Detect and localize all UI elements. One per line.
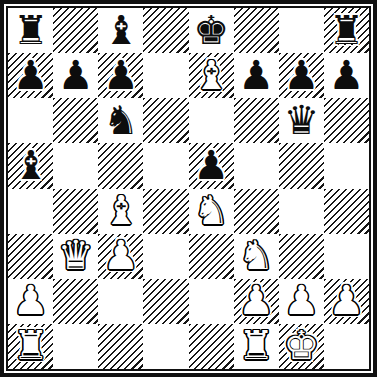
square-a3	[8, 234, 53, 279]
square-a8: ♜	[8, 8, 53, 53]
black-pawn-h7: ♟	[329, 55, 365, 95]
chess-board: ♜♝♚♜♟♟♟♝♟♟♟♞♛♝♟♝♞♛♟♞♟♟♟♟♜♜♚	[6, 6, 371, 371]
square-e4: ♞	[189, 189, 234, 234]
square-c1	[98, 324, 143, 369]
square-f4	[234, 189, 279, 234]
black-pawn-b7: ♟	[58, 55, 94, 95]
square-a2: ♟	[8, 279, 53, 324]
white-pawn-g2: ♟	[283, 280, 319, 320]
white-pawn-a2: ♟	[13, 280, 49, 320]
black-rook-a8: ♜	[13, 10, 49, 50]
square-f6	[234, 98, 279, 143]
square-g3	[279, 234, 324, 279]
square-d1	[143, 324, 188, 369]
black-rook-h8: ♜	[329, 10, 365, 50]
square-e6	[189, 98, 234, 143]
square-h1	[324, 324, 369, 369]
square-e3	[189, 234, 234, 279]
square-a4	[8, 189, 53, 234]
square-h8: ♜	[324, 8, 369, 53]
black-knight-c6: ♞	[103, 100, 139, 140]
chess-diagram-frame: ♜♝♚♜♟♟♟♝♟♟♟♞♛♝♟♝♞♛♟♞♟♟♟♟♜♜♚	[0, 0, 377, 377]
square-c2	[98, 279, 143, 324]
square-d5	[143, 143, 188, 188]
square-a7: ♟	[8, 53, 53, 98]
white-knight-e4: ♞	[193, 190, 229, 230]
square-g2: ♟	[279, 279, 324, 324]
black-king-e8: ♚	[193, 10, 229, 50]
square-f3: ♞	[234, 234, 279, 279]
black-queen-g6: ♛	[283, 100, 319, 140]
square-b7: ♟	[53, 53, 98, 98]
white-pawn-h2: ♟	[329, 280, 365, 320]
square-g1: ♚	[279, 324, 324, 369]
square-e2	[189, 279, 234, 324]
black-pawn-g7: ♟	[283, 55, 319, 95]
white-pawn-f2: ♟	[238, 280, 274, 320]
square-b6	[53, 98, 98, 143]
square-b4	[53, 189, 98, 234]
square-b8	[53, 8, 98, 53]
square-h5	[324, 143, 369, 188]
square-b3: ♛	[53, 234, 98, 279]
square-e5: ♟	[189, 143, 234, 188]
square-a1: ♜	[8, 324, 53, 369]
square-b1	[53, 324, 98, 369]
white-queen-b3: ♛	[58, 235, 94, 275]
square-c3: ♟	[98, 234, 143, 279]
square-c4: ♝	[98, 189, 143, 234]
square-f2: ♟	[234, 279, 279, 324]
square-a6	[8, 98, 53, 143]
square-d4	[143, 189, 188, 234]
square-e1	[189, 324, 234, 369]
square-g6: ♛	[279, 98, 324, 143]
square-h3	[324, 234, 369, 279]
white-pawn-c3: ♟	[103, 235, 139, 275]
square-e8: ♚	[189, 8, 234, 53]
square-f7: ♟	[234, 53, 279, 98]
white-rook-f1: ♜	[238, 325, 274, 365]
square-h2: ♟	[324, 279, 369, 324]
square-c7: ♟	[98, 53, 143, 98]
square-c8: ♝	[98, 8, 143, 53]
square-d2	[143, 279, 188, 324]
square-h4	[324, 189, 369, 234]
square-b2	[53, 279, 98, 324]
square-g5	[279, 143, 324, 188]
square-g4	[279, 189, 324, 234]
white-bishop-c4: ♝	[103, 190, 139, 230]
square-f8	[234, 8, 279, 53]
black-pawn-a7: ♟	[13, 55, 49, 95]
square-d7	[143, 53, 188, 98]
square-c5	[98, 143, 143, 188]
square-f1: ♜	[234, 324, 279, 369]
white-rook-a1: ♜	[13, 325, 49, 365]
square-g8	[279, 8, 324, 53]
black-bishop-a5: ♝	[13, 145, 49, 185]
black-pawn-c7: ♟	[103, 55, 139, 95]
square-f5	[234, 143, 279, 188]
square-d3	[143, 234, 188, 279]
black-pawn-f7: ♟	[238, 55, 274, 95]
square-d8	[143, 8, 188, 53]
white-bishop-e7: ♝	[193, 55, 229, 95]
square-g7: ♟	[279, 53, 324, 98]
square-c6: ♞	[98, 98, 143, 143]
square-a5: ♝	[8, 143, 53, 188]
square-h6	[324, 98, 369, 143]
square-b5	[53, 143, 98, 188]
black-bishop-c8: ♝	[103, 10, 139, 50]
square-d6	[143, 98, 188, 143]
black-pawn-e5: ♟	[193, 145, 229, 185]
square-e7: ♝	[189, 53, 234, 98]
white-knight-f3: ♞	[238, 235, 274, 275]
white-king-g1: ♚	[283, 325, 319, 365]
square-h7: ♟	[324, 53, 369, 98]
